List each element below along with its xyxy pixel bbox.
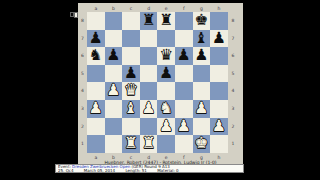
piece-black-pawn: ♟ bbox=[193, 47, 211, 65]
square-g5[interactable] bbox=[193, 65, 211, 83]
square-b3[interactable] bbox=[105, 100, 123, 118]
piece-white-pawn: ♟ bbox=[175, 118, 193, 136]
square-h6[interactable] bbox=[210, 47, 228, 65]
game-date: March 05, 2014 bbox=[84, 169, 115, 173]
piece-white-pawn: ♟ bbox=[140, 100, 158, 118]
coord-label: 5 bbox=[79, 65, 86, 83]
square-d4[interactable] bbox=[140, 82, 158, 100]
piece-black-pawn: ♟ bbox=[175, 47, 193, 65]
square-e2[interactable]: ♟ bbox=[157, 118, 175, 136]
square-h7[interactable]: ♟ bbox=[210, 30, 228, 48]
piece-white-king: ♚ bbox=[193, 135, 211, 153]
side-to-move-indicator bbox=[70, 12, 78, 18]
square-b6[interactable]: ♟ bbox=[105, 47, 123, 65]
material-balance: Material: 0 bbox=[157, 169, 178, 173]
square-f4[interactable] bbox=[175, 82, 193, 100]
square-d1[interactable]: ♜ bbox=[140, 135, 158, 153]
coord-label: 7 bbox=[230, 30, 237, 48]
coord-label: 8 bbox=[79, 12, 86, 30]
square-e7[interactable] bbox=[157, 30, 175, 48]
square-a2[interactable] bbox=[87, 118, 105, 136]
square-c1[interactable]: ♜ bbox=[122, 135, 140, 153]
piece-black-pawn: ♟ bbox=[87, 30, 105, 48]
square-e3[interactable]: ♞ bbox=[157, 100, 175, 118]
rank-labels-left: 87654321 bbox=[79, 12, 86, 153]
coord-label: 2 bbox=[230, 118, 237, 136]
square-c3[interactable]: ♝ bbox=[122, 100, 140, 118]
coord-label: 8 bbox=[230, 12, 237, 30]
piece-white-knight: ♞ bbox=[157, 100, 175, 118]
square-a7[interactable]: ♟ bbox=[87, 30, 105, 48]
piece-white-pawn: ♟ bbox=[210, 118, 228, 136]
square-a5[interactable] bbox=[87, 65, 105, 83]
coord-label: 1 bbox=[79, 135, 86, 153]
square-c6[interactable] bbox=[122, 47, 140, 65]
details-row: 25. Qc4 March 05, 2014 Length: 51 Materi… bbox=[58, 169, 241, 173]
square-g4[interactable] bbox=[193, 82, 211, 100]
square-g3[interactable]: ♟ bbox=[193, 100, 211, 118]
coord-label: a bbox=[87, 5, 105, 12]
square-h3[interactable] bbox=[210, 100, 228, 118]
square-h4[interactable] bbox=[210, 82, 228, 100]
square-e1[interactable] bbox=[157, 135, 175, 153]
square-a1[interactable] bbox=[87, 135, 105, 153]
piece-black-king: ♚ bbox=[193, 12, 211, 30]
square-g1[interactable]: ♚ bbox=[193, 135, 211, 153]
piece-white-pawn: ♟ bbox=[157, 118, 175, 136]
piece-black-rook: ♜ bbox=[157, 12, 175, 30]
piece-black-pawn: ♟ bbox=[105, 47, 123, 65]
square-e5[interactable]: ♟ bbox=[157, 65, 175, 83]
square-d7[interactable] bbox=[140, 30, 158, 48]
square-d6[interactable] bbox=[140, 47, 158, 65]
square-g7[interactable]: ♝ bbox=[193, 30, 211, 48]
coord-label: 4 bbox=[79, 82, 86, 100]
game-length: Length: 51 bbox=[125, 169, 147, 173]
square-d2[interactable] bbox=[140, 118, 158, 136]
square-d8[interactable]: ♜ bbox=[140, 12, 158, 30]
square-f3[interactable] bbox=[175, 100, 193, 118]
video-frame: abcdefgh abcdefgh 87654321 87654321 ♜♜♚♟… bbox=[0, 0, 320, 180]
coord-label: 4 bbox=[230, 82, 237, 100]
square-f1[interactable] bbox=[175, 135, 193, 153]
square-h5[interactable] bbox=[210, 65, 228, 83]
square-a4[interactable] bbox=[87, 82, 105, 100]
piece-black-bishop: ♝ bbox=[193, 30, 211, 48]
square-b5[interactable] bbox=[105, 65, 123, 83]
square-e6[interactable]: ♛ bbox=[157, 47, 175, 65]
square-h1[interactable] bbox=[210, 135, 228, 153]
square-a8[interactable] bbox=[87, 12, 105, 30]
square-b2[interactable] bbox=[105, 118, 123, 136]
piece-black-pawn: ♟ bbox=[157, 65, 175, 83]
square-d3[interactable]: ♟ bbox=[140, 100, 158, 118]
square-f7[interactable] bbox=[175, 30, 193, 48]
coord-label: 1 bbox=[230, 135, 237, 153]
chess-board-frame: abcdefgh abcdefgh 87654321 87654321 ♜♜♚♟… bbox=[78, 3, 243, 164]
square-h2[interactable]: ♟ bbox=[210, 118, 228, 136]
square-c8[interactable] bbox=[122, 12, 140, 30]
piece-white-pawn: ♟ bbox=[193, 100, 211, 118]
piece-white-rook: ♜ bbox=[122, 135, 140, 153]
square-g6[interactable]: ♟ bbox=[193, 47, 211, 65]
coord-label: 6 bbox=[230, 47, 237, 65]
square-g8[interactable]: ♚ bbox=[193, 12, 211, 30]
square-f8[interactable] bbox=[175, 12, 193, 30]
current-move: 25. Qc4 bbox=[58, 169, 74, 173]
square-c4[interactable]: ♛ bbox=[122, 82, 140, 100]
coord-label: 5 bbox=[230, 65, 237, 83]
square-h8[interactable] bbox=[210, 12, 228, 30]
square-c5[interactable]: ♟ bbox=[122, 65, 140, 83]
coord-label: 6 bbox=[79, 47, 86, 65]
piece-white-pawn: ♟ bbox=[105, 82, 123, 100]
square-f2[interactable]: ♟ bbox=[175, 118, 193, 136]
square-g2[interactable] bbox=[193, 118, 211, 136]
coord-label: 7 bbox=[79, 30, 86, 48]
game-info-box: Event: Dresden Zweibruecken Open (GER) R… bbox=[55, 164, 244, 174]
square-b8[interactable] bbox=[105, 12, 123, 30]
rank-labels-right: 87654321 bbox=[230, 12, 237, 153]
square-c2[interactable] bbox=[122, 118, 140, 136]
piece-white-pawn: ♟ bbox=[87, 100, 105, 118]
coord-label: 3 bbox=[230, 100, 237, 118]
coord-label: 3 bbox=[79, 100, 86, 118]
square-b1[interactable] bbox=[105, 135, 123, 153]
square-e8[interactable]: ♜ bbox=[157, 12, 175, 30]
piece-black-pawn: ♟ bbox=[122, 65, 140, 83]
piece-white-bishop: ♝ bbox=[122, 100, 140, 118]
coord-label: c bbox=[122, 5, 140, 12]
square-b4[interactable]: ♟ bbox=[105, 82, 123, 100]
square-d5[interactable] bbox=[140, 65, 158, 83]
square-a3[interactable]: ♟ bbox=[87, 100, 105, 118]
square-b7[interactable] bbox=[105, 30, 123, 48]
piece-black-pawn: ♟ bbox=[210, 30, 228, 48]
coord-label: f bbox=[175, 5, 193, 12]
coord-label: 2 bbox=[79, 118, 86, 136]
square-f6[interactable]: ♟ bbox=[175, 47, 193, 65]
square-a6[interactable]: ♞ bbox=[87, 47, 105, 65]
board-squares: ♜♜♚♟♝♟♞♟♛♟♟♟♟♟♛♟♝♟♞♟♟♟♟♜♜♚ bbox=[87, 12, 228, 153]
square-f5[interactable] bbox=[175, 65, 193, 83]
piece-white-queen: ♛ bbox=[122, 82, 140, 100]
coord-label: h bbox=[210, 5, 228, 12]
piece-white-rook: ♜ bbox=[140, 135, 158, 153]
square-e4[interactable] bbox=[157, 82, 175, 100]
piece-black-queen: ♛ bbox=[157, 47, 175, 65]
coord-label: b bbox=[105, 5, 123, 12]
piece-black-rook: ♜ bbox=[140, 12, 158, 30]
piece-black-knight: ♞ bbox=[87, 47, 105, 65]
square-c7[interactable] bbox=[122, 30, 140, 48]
